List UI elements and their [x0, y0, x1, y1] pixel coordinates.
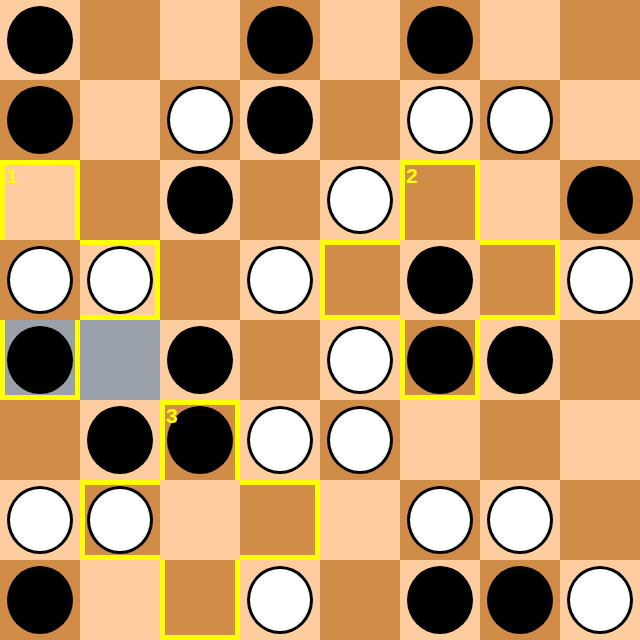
- region-3-outline: [160, 480, 240, 560]
- cell-e3[interactable]: [320, 400, 400, 480]
- cell-c8[interactable]: [160, 0, 240, 80]
- white-piece[interactable]: [487, 486, 553, 554]
- cell-c3[interactable]: 3: [160, 400, 240, 480]
- white-piece[interactable]: [7, 246, 73, 314]
- cell-g1[interactable]: [480, 560, 560, 640]
- board: 123: [0, 0, 640, 640]
- region-3-outline: [160, 560, 240, 640]
- black-piece[interactable]: [7, 86, 73, 154]
- black-piece[interactable]: [487, 326, 553, 394]
- cell-b3[interactable]: [80, 400, 160, 480]
- white-piece[interactable]: [247, 566, 313, 634]
- cell-g5[interactable]: [480, 240, 560, 320]
- black-piece[interactable]: [167, 326, 233, 394]
- cell-g4[interactable]: [480, 320, 560, 400]
- cell-f4[interactable]: [400, 320, 480, 400]
- black-piece[interactable]: [167, 166, 233, 234]
- cell-b1[interactable]: [80, 560, 160, 640]
- black-piece[interactable]: [167, 406, 233, 474]
- cell-g2[interactable]: [480, 480, 560, 560]
- black-piece[interactable]: [247, 86, 313, 154]
- white-piece[interactable]: [7, 486, 73, 554]
- region-2-outline: [400, 160, 480, 240]
- white-piece[interactable]: [167, 86, 233, 154]
- white-piece[interactable]: [407, 86, 473, 154]
- cell-c2[interactable]: [160, 480, 240, 560]
- black-piece[interactable]: [567, 166, 633, 234]
- cell-g7[interactable]: [480, 80, 560, 160]
- cell-c5[interactable]: [160, 240, 240, 320]
- black-piece[interactable]: [247, 6, 313, 74]
- cell-e4[interactable]: [320, 320, 400, 400]
- cell-h5[interactable]: [560, 240, 640, 320]
- cell-a6[interactable]: 1: [0, 160, 80, 240]
- cell-c4[interactable]: [160, 320, 240, 400]
- cell-a7[interactable]: [0, 80, 80, 160]
- cell-f5[interactable]: [400, 240, 480, 320]
- cell-b4[interactable]: [80, 320, 160, 400]
- cell-g8[interactable]: [480, 0, 560, 80]
- cell-d8[interactable]: [240, 0, 320, 80]
- black-piece[interactable]: [407, 246, 473, 314]
- cell-d2[interactable]: [240, 480, 320, 560]
- black-piece[interactable]: [7, 6, 73, 74]
- black-piece[interactable]: [407, 326, 473, 394]
- white-piece[interactable]: [567, 566, 633, 634]
- cell-d4[interactable]: [240, 320, 320, 400]
- region-label: 2: [406, 165, 418, 186]
- cell-f8[interactable]: [400, 0, 480, 80]
- cell-a1[interactable]: [0, 560, 80, 640]
- cell-e8[interactable]: [320, 0, 400, 80]
- white-piece[interactable]: [247, 246, 313, 314]
- black-piece[interactable]: [7, 326, 73, 394]
- cell-b7[interactable]: [80, 80, 160, 160]
- cell-g3[interactable]: [480, 400, 560, 480]
- cell-h4[interactable]: [560, 320, 640, 400]
- cell-f6[interactable]: 2: [400, 160, 480, 240]
- white-piece[interactable]: [567, 246, 633, 314]
- cell-h2[interactable]: [560, 480, 640, 560]
- cell-b6[interactable]: [80, 160, 160, 240]
- cell-d6[interactable]: [240, 160, 320, 240]
- black-piece[interactable]: [487, 566, 553, 634]
- cell-h6[interactable]: [560, 160, 640, 240]
- cell-d5[interactable]: [240, 240, 320, 320]
- cell-d3[interactable]: [240, 400, 320, 480]
- region-label: 1: [6, 165, 18, 186]
- white-piece[interactable]: [487, 86, 553, 154]
- white-piece[interactable]: [327, 406, 393, 474]
- cell-e2[interactable]: [320, 480, 400, 560]
- cell-b8[interactable]: [80, 0, 160, 80]
- white-piece[interactable]: [327, 166, 393, 234]
- cell-c1[interactable]: [160, 560, 240, 640]
- cell-c7[interactable]: [160, 80, 240, 160]
- cell-e5[interactable]: [320, 240, 400, 320]
- cell-h3[interactable]: [560, 400, 640, 480]
- cell-a2[interactable]: [0, 480, 80, 560]
- cell-a8[interactable]: [0, 0, 80, 80]
- cell-e1[interactable]: [320, 560, 400, 640]
- cell-f3[interactable]: [400, 400, 480, 480]
- white-piece[interactable]: [247, 406, 313, 474]
- cell-f2[interactable]: [400, 480, 480, 560]
- cell-f1[interactable]: [400, 560, 480, 640]
- white-piece[interactable]: [87, 486, 153, 554]
- cell-a3[interactable]: [0, 400, 80, 480]
- cell-e7[interactable]: [320, 80, 400, 160]
- black-piece[interactable]: [87, 406, 153, 474]
- black-piece[interactable]: [407, 566, 473, 634]
- region-1-outline: [0, 160, 80, 240]
- cell-h7[interactable]: [560, 80, 640, 160]
- black-piece[interactable]: [7, 566, 73, 634]
- region-2-outline: [480, 240, 560, 320]
- white-piece[interactable]: [327, 326, 393, 394]
- cell-d7[interactable]: [240, 80, 320, 160]
- cell-b2[interactable]: [80, 480, 160, 560]
- black-piece[interactable]: [407, 6, 473, 74]
- cell-a4[interactable]: [0, 320, 80, 400]
- cell-h8[interactable]: [560, 0, 640, 80]
- cell-g6[interactable]: [480, 160, 560, 240]
- cell-f7[interactable]: [400, 80, 480, 160]
- cell-e6[interactable]: [320, 160, 400, 240]
- cell-c6[interactable]: [160, 160, 240, 240]
- cell-a5[interactable]: [0, 240, 80, 320]
- white-piece[interactable]: [87, 246, 153, 314]
- region-3-outline: [240, 480, 320, 560]
- cell-d1[interactable]: [240, 560, 320, 640]
- white-piece[interactable]: [407, 486, 473, 554]
- region-2-outline: [320, 240, 400, 320]
- cell-h1[interactable]: [560, 560, 640, 640]
- cell-b5[interactable]: [80, 240, 160, 320]
